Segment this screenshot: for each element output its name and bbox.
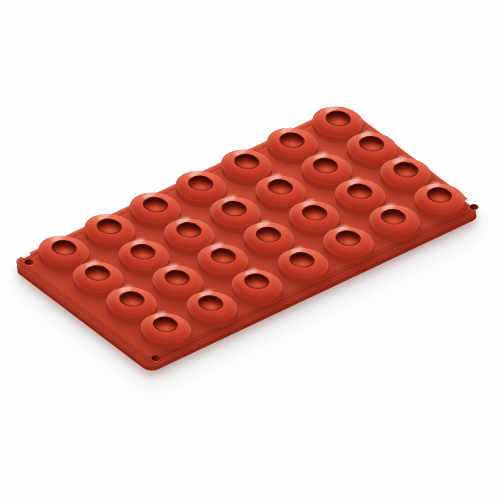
cavity-grid [12, 105, 343, 261]
silicone-mold [12, 105, 480, 365]
product-photo [0, 0, 500, 500]
